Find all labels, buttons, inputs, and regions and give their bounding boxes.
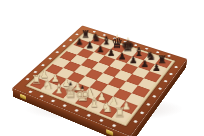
inlay-dot bbox=[113, 37, 116, 39]
inlay-dot bbox=[103, 34, 106, 36]
inlay-dot bbox=[99, 119, 103, 122]
inlay-dot bbox=[123, 41, 126, 43]
contrast-crown bbox=[126, 36, 130, 40]
inlay-dot bbox=[145, 48, 148, 50]
inlay-dot bbox=[41, 64, 45, 66]
inlay-dot bbox=[49, 58, 52, 60]
inlay-dot bbox=[40, 95, 44, 97]
inlay-dot bbox=[156, 51, 159, 53]
inlay-dot bbox=[75, 33, 78, 35]
white-pawn: ♟ bbox=[109, 95, 118, 105]
piece-glyph: ♟ bbox=[109, 95, 118, 105]
brass-clasp-left bbox=[20, 93, 26, 99]
inlay-dot bbox=[56, 51, 59, 53]
brass-clasp-right bbox=[106, 129, 113, 136]
piece-glyph: ♟ bbox=[140, 59, 148, 68]
inlay-dot bbox=[75, 109, 79, 112]
inlay-dot bbox=[34, 71, 38, 73]
inlay-dot bbox=[26, 78, 30, 80]
inlay-dot bbox=[167, 55, 170, 57]
inlay-dot bbox=[69, 39, 72, 41]
inlay-dot bbox=[134, 44, 137, 46]
inlay-dot bbox=[169, 73, 172, 75]
inlay-dot bbox=[51, 100, 55, 103]
piece-glyph: ♟ bbox=[152, 63, 161, 72]
inlay-dot bbox=[93, 31, 96, 33]
inlay-dot bbox=[87, 114, 91, 117]
inlay-dot bbox=[146, 103, 150, 106]
inlay-dot bbox=[158, 87, 162, 89]
inlay-dot bbox=[140, 111, 144, 114]
inlay-dot bbox=[62, 45, 65, 47]
inlay-dot bbox=[164, 80, 168, 82]
inlay-dot bbox=[112, 124, 116, 127]
inlay-dot bbox=[152, 95, 156, 97]
black-pawn: ♟ bbox=[140, 59, 148, 68]
black-pawn: ♟ bbox=[152, 63, 161, 72]
product-photo-scene: ♜♞♝♛♚♝♞♜♟♟♟♟♟♟♟♟♟♟♟♟♟♟♟♟♜♞♝♛♚♝♞♜ bbox=[0, 0, 204, 136]
inlay-dot bbox=[63, 104, 67, 107]
inlay-dot bbox=[134, 120, 138, 123]
inlay-dot bbox=[29, 91, 33, 93]
inlay-dot bbox=[174, 66, 177, 68]
